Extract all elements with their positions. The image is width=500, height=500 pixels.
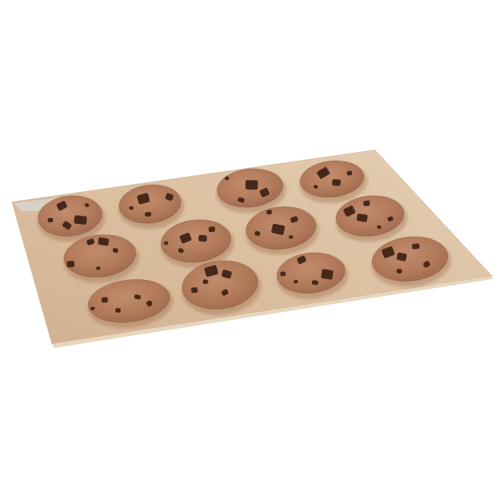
chocolate-chunk — [280, 272, 285, 277]
chocolate-chunk — [357, 214, 368, 222]
chocolate-chunk — [129, 206, 133, 210]
chocolate-chunk — [145, 212, 151, 217]
chocolate-chunk — [101, 297, 108, 303]
chocolate-chunk — [363, 200, 369, 206]
chocolate-chunk — [67, 261, 75, 268]
chocolate-chunk — [412, 243, 419, 249]
chocolate-chunk — [397, 252, 407, 261]
chocolate-chunk — [294, 280, 298, 283]
chocolate-chunk — [267, 210, 272, 215]
chocolate-chunk — [191, 287, 198, 293]
chocolate-chunk — [98, 237, 109, 245]
chocolate-chunk — [90, 307, 94, 310]
chocolate-chunk — [209, 226, 215, 232]
chocolate-chunk — [203, 280, 208, 284]
chocolate-chunk — [246, 180, 258, 189]
chocolate-chunk — [321, 269, 333, 279]
chocolate-chunk — [397, 269, 402, 273]
chocolate-chunk — [96, 267, 100, 270]
chocolate-chunk — [225, 177, 229, 180]
chocolate-chunk — [199, 235, 207, 242]
chocolate-chunk — [332, 179, 340, 186]
chocolate-chunk — [48, 218, 53, 223]
chocolate-chunk — [74, 215, 87, 224]
chocolate-chunk — [347, 171, 352, 176]
chocolate-chunk — [164, 241, 168, 244]
scene-svg — [0, 0, 500, 500]
chocolate-chunk — [289, 235, 293, 238]
chocolate-chunk — [255, 231, 261, 236]
chocolate-chunk — [312, 280, 318, 284]
product-photo — [0, 0, 500, 500]
chocolate-chunk — [115, 308, 120, 312]
